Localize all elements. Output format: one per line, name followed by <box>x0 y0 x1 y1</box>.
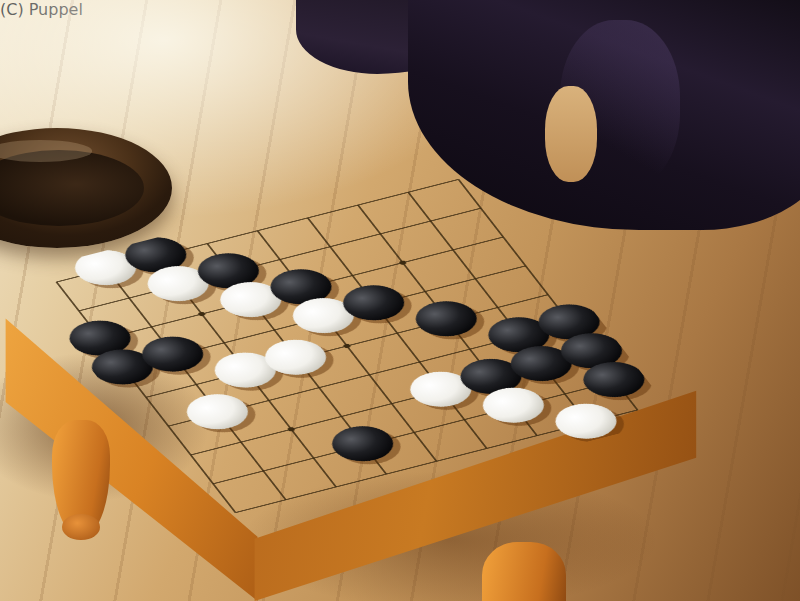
table-glimpse <box>545 86 597 182</box>
goban-leg-front <box>482 542 566 601</box>
black-stone[interactable] <box>406 296 487 342</box>
bowl-rim-highlight <box>0 140 92 162</box>
white-stone[interactable] <box>177 389 258 435</box>
goban-leg-left <box>52 420 110 538</box>
photo-scene: (C) Puppel <box>0 0 800 601</box>
black-stone[interactable] <box>322 421 403 467</box>
